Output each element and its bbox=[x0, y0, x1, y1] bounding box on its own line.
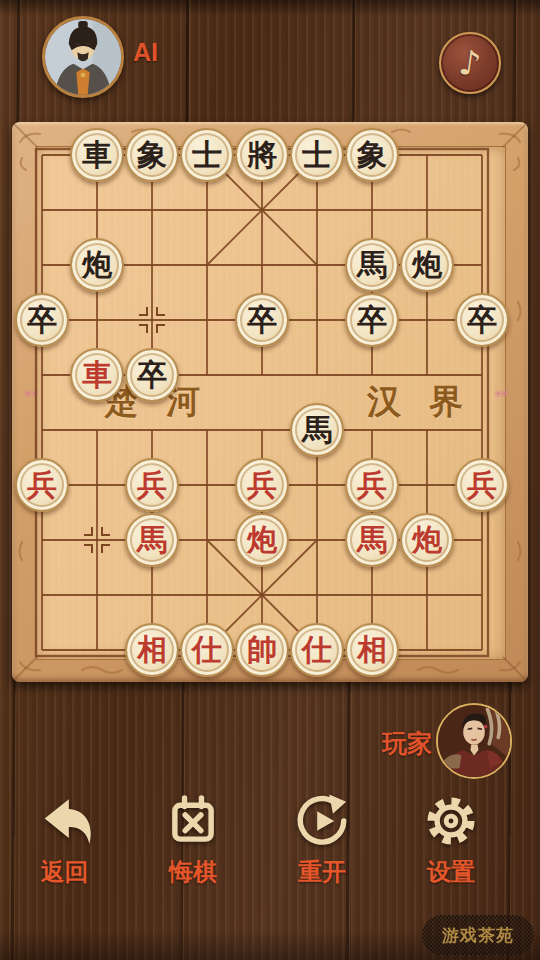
gear-icon bbox=[422, 792, 480, 850]
board-point-8-9[interactable] bbox=[455, 623, 510, 678]
board-point-2-8[interactable] bbox=[125, 568, 180, 623]
piece-black-soldier[interactable]: 卒 bbox=[235, 293, 289, 347]
board-point-7-7[interactable]: 炮 bbox=[400, 513, 455, 568]
board-point-7-4[interactable] bbox=[400, 348, 455, 403]
board-point-0-6[interactable]: 兵 bbox=[15, 458, 70, 513]
piece-red-soldier[interactable]: 兵 bbox=[15, 458, 69, 512]
board-point-5-7[interactable] bbox=[290, 513, 345, 568]
piece-red-soldier[interactable]: 兵 bbox=[235, 458, 289, 512]
board-point-5-6[interactable] bbox=[290, 458, 345, 513]
board-point-6-9[interactable]: 相 bbox=[345, 623, 400, 678]
board-point-0-5[interactable] bbox=[15, 403, 70, 458]
board-point-6-5[interactable] bbox=[345, 403, 400, 458]
board-point-4-3[interactable]: 卒 bbox=[235, 293, 290, 348]
settings-label: 设置 bbox=[427, 856, 475, 888]
board-point-0-7[interactable] bbox=[15, 513, 70, 568]
board-point-5-9[interactable]: 仕 bbox=[290, 623, 345, 678]
board-point-7-2[interactable]: 炮 bbox=[400, 238, 455, 293]
board-point-1-0[interactable]: 車 bbox=[70, 128, 125, 183]
board-point-1-7[interactable] bbox=[70, 513, 125, 568]
piece-black-elephant[interactable]: 象 bbox=[345, 128, 399, 182]
piece-black-horse[interactable]: 馬 bbox=[345, 238, 399, 292]
board-point-5-1[interactable] bbox=[290, 183, 345, 238]
board-point-4-7[interactable]: 炮 bbox=[235, 513, 290, 568]
board-point-4-0[interactable]: 將 bbox=[235, 128, 290, 183]
piece-red-soldier[interactable]: 兵 bbox=[125, 458, 179, 512]
board-point-4-2[interactable] bbox=[235, 238, 290, 293]
undo-label: 悔棋 bbox=[169, 856, 217, 888]
back-label: 返回 bbox=[40, 856, 88, 888]
board-point-4-9[interactable]: 帥 bbox=[235, 623, 290, 678]
board-point-3-9[interactable]: 仕 bbox=[180, 623, 235, 678]
board-point-6-4[interactable] bbox=[345, 348, 400, 403]
board-point-6-6[interactable]: 兵 bbox=[345, 458, 400, 513]
board-point-3-8[interactable] bbox=[180, 568, 235, 623]
board-point-4-1[interactable] bbox=[235, 183, 290, 238]
back-button[interactable]: 返回 bbox=[0, 792, 129, 888]
board-point-7-3[interactable] bbox=[400, 293, 455, 348]
piece-red-cannon[interactable]: 炮 bbox=[400, 513, 454, 567]
board-point-0-0[interactable] bbox=[15, 128, 70, 183]
board-point-3-5[interactable] bbox=[180, 403, 235, 458]
toolbar: 返回 悔棋 重开 bbox=[0, 792, 515, 888]
piece-black-elephant[interactable]: 象 bbox=[125, 128, 179, 182]
xiangqi-board: 楚河 汉界 ❀❀ ❀❀ ❀❀ ❀❀ 車象士將士象炮馬炮卒卒卒卒車卒馬兵兵兵兵兵馬… bbox=[12, 122, 528, 682]
board-point-1-1[interactable] bbox=[70, 183, 125, 238]
board-point-3-4[interactable] bbox=[180, 348, 235, 403]
piece-red-elephant[interactable]: 相 bbox=[125, 623, 179, 677]
board-point-5-8[interactable] bbox=[290, 568, 345, 623]
piece-black-horse[interactable]: 馬 bbox=[290, 403, 344, 457]
board-point-2-5[interactable] bbox=[125, 403, 180, 458]
player-portrait bbox=[438, 705, 510, 777]
board-point-3-1[interactable] bbox=[180, 183, 235, 238]
piece-black-chariot[interactable]: 車 bbox=[70, 128, 124, 182]
board-point-0-9[interactable] bbox=[15, 623, 70, 678]
board-point-8-0[interactable] bbox=[455, 128, 510, 183]
restart-icon bbox=[293, 792, 351, 850]
board-point-3-3[interactable] bbox=[180, 293, 235, 348]
board-point-4-4[interactable] bbox=[235, 348, 290, 403]
board-point-0-8[interactable] bbox=[15, 568, 70, 623]
board-point-8-5[interactable] bbox=[455, 403, 510, 458]
piece-red-general[interactable]: 帥 bbox=[235, 623, 289, 677]
piece-black-advisor[interactable]: 士 bbox=[290, 128, 344, 182]
board-point-5-3[interactable] bbox=[290, 293, 345, 348]
board-point-3-6[interactable] bbox=[180, 458, 235, 513]
board-point-6-2[interactable]: 馬 bbox=[345, 238, 400, 293]
piece-red-horse[interactable]: 馬 bbox=[345, 513, 399, 567]
restart-label: 重开 bbox=[298, 856, 346, 888]
board-point-3-2[interactable] bbox=[180, 238, 235, 293]
board-point-7-5[interactable] bbox=[400, 403, 455, 458]
board-point-1-2[interactable]: 炮 bbox=[70, 238, 125, 293]
piece-black-soldier[interactable]: 卒 bbox=[125, 348, 179, 402]
board-point-7-8[interactable] bbox=[400, 568, 455, 623]
board-point-2-7[interactable]: 馬 bbox=[125, 513, 180, 568]
board-point-7-6[interactable] bbox=[400, 458, 455, 513]
board-point-6-8[interactable] bbox=[345, 568, 400, 623]
music-note-icon: ♪ bbox=[456, 42, 483, 85]
board-point-2-1[interactable] bbox=[125, 183, 180, 238]
back-arrow-icon bbox=[35, 792, 93, 850]
piece-black-cannon[interactable]: 炮 bbox=[70, 238, 124, 292]
piece-black-advisor[interactable]: 士 bbox=[180, 128, 234, 182]
board-point-3-0[interactable]: 士 bbox=[180, 128, 235, 183]
board-point-4-5[interactable] bbox=[235, 403, 290, 458]
board-points: 車象士將士象炮馬炮卒卒卒卒車卒馬兵兵兵兵兵馬炮馬炮相仕帥仕相 bbox=[15, 128, 510, 678]
settings-button[interactable]: 设置 bbox=[386, 792, 515, 888]
board-point-8-3[interactable]: 卒 bbox=[455, 293, 510, 348]
board-point-8-1[interactable] bbox=[455, 183, 510, 238]
board-point-8-6[interactable]: 兵 bbox=[455, 458, 510, 513]
board-point-6-7[interactable]: 馬 bbox=[345, 513, 400, 568]
piece-red-cannon[interactable]: 炮 bbox=[235, 513, 289, 567]
piece-red-elephant[interactable]: 相 bbox=[345, 623, 399, 677]
board-point-4-8[interactable] bbox=[235, 568, 290, 623]
board-point-1-5[interactable] bbox=[70, 403, 125, 458]
board-point-1-4[interactable]: 車 bbox=[70, 348, 125, 403]
board-point-1-9[interactable] bbox=[70, 623, 125, 678]
piece-red-advisor[interactable]: 仕 bbox=[180, 623, 234, 677]
piece-red-advisor[interactable]: 仕 bbox=[290, 623, 344, 677]
board-point-6-3[interactable]: 卒 bbox=[345, 293, 400, 348]
board-point-5-5[interactable]: 馬 bbox=[290, 403, 345, 458]
music-button[interactable]: ♪ bbox=[439, 32, 501, 94]
board-point-0-4[interactable] bbox=[15, 348, 70, 403]
board-point-2-6[interactable]: 兵 bbox=[125, 458, 180, 513]
board-point-1-8[interactable] bbox=[70, 568, 125, 623]
board-point-2-3[interactable] bbox=[125, 293, 180, 348]
board-point-1-6[interactable] bbox=[70, 458, 125, 513]
board-point-7-1[interactable] bbox=[400, 183, 455, 238]
board-point-0-2[interactable] bbox=[15, 238, 70, 293]
board-point-1-3[interactable] bbox=[70, 293, 125, 348]
piece-black-soldier[interactable]: 卒 bbox=[15, 293, 69, 347]
restart-button[interactable]: 重开 bbox=[258, 792, 387, 888]
player-label: 玩家 bbox=[382, 727, 432, 760]
piece-red-soldier[interactable]: 兵 bbox=[345, 458, 399, 512]
board-point-2-0[interactable]: 象 bbox=[125, 128, 180, 183]
piece-black-general[interactable]: 將 bbox=[235, 128, 289, 182]
board-point-8-2[interactable] bbox=[455, 238, 510, 293]
board-point-2-9[interactable]: 相 bbox=[125, 623, 180, 678]
board-point-2-4[interactable]: 卒 bbox=[125, 348, 180, 403]
piece-black-soldier[interactable]: 卒 bbox=[455, 293, 509, 347]
watermark-text: 游戏茶苑 bbox=[442, 924, 514, 947]
board-point-6-0[interactable]: 象 bbox=[345, 128, 400, 183]
board-point-5-2[interactable] bbox=[290, 238, 345, 293]
board-point-7-0[interactable] bbox=[400, 128, 455, 183]
ai-portrait bbox=[45, 19, 121, 95]
board-x-icon bbox=[164, 792, 222, 850]
ai-label: AI bbox=[133, 38, 158, 67]
board-point-4-6[interactable]: 兵 bbox=[235, 458, 290, 513]
board-point-6-1[interactable] bbox=[345, 183, 400, 238]
piece-red-soldier[interactable]: 兵 bbox=[455, 458, 509, 512]
undo-button[interactable]: 悔棋 bbox=[129, 792, 258, 888]
board-point-2-2[interactable] bbox=[125, 238, 180, 293]
piece-red-chariot[interactable]: 車 bbox=[70, 348, 124, 402]
board-point-8-8[interactable] bbox=[455, 568, 510, 623]
game-screen: AI ♪ 楚河 汉界 ❀❀ ❀❀ ❀❀ ❀❀ 車象士將士象炮 bbox=[0, 0, 540, 960]
piece-red-horse[interactable]: 馬 bbox=[125, 513, 179, 567]
piece-black-soldier[interactable]: 卒 bbox=[345, 293, 399, 347]
board-point-5-4[interactable] bbox=[290, 348, 345, 403]
ai-avatar bbox=[42, 16, 124, 98]
board-point-3-7[interactable] bbox=[180, 513, 235, 568]
board-point-8-4[interactable] bbox=[455, 348, 510, 403]
board-point-8-7[interactable] bbox=[455, 513, 510, 568]
player-avatar bbox=[436, 703, 512, 779]
watermark-badge: 游戏茶苑 bbox=[422, 915, 534, 955]
board-point-0-3[interactable]: 卒 bbox=[15, 293, 70, 348]
board-point-0-1[interactable] bbox=[15, 183, 70, 238]
piece-black-cannon[interactable]: 炮 bbox=[400, 238, 454, 292]
board-point-5-0[interactable]: 士 bbox=[290, 128, 345, 183]
board-point-7-9[interactable] bbox=[400, 623, 455, 678]
